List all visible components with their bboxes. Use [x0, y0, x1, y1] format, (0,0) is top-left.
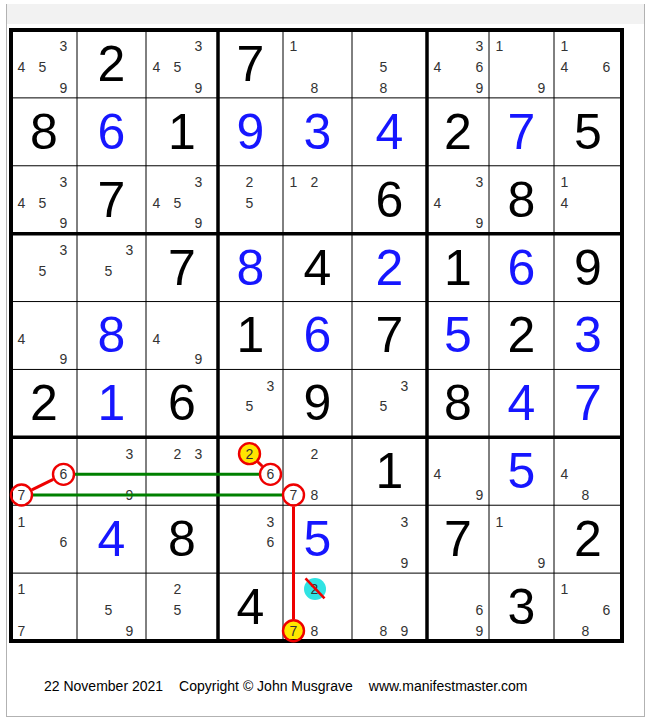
candidate-1: 1: [11, 579, 32, 600]
pencil-marks: 12: [283, 172, 346, 234]
cell-r3c7[interactable]: 349: [427, 166, 489, 234]
cell-r5c9[interactable]: 3: [554, 302, 622, 370]
cell-r7c5[interactable]: 278: [283, 437, 352, 505]
cell-r3c9[interactable]: 14: [554, 166, 622, 234]
pencil-marks: 48: [554, 443, 617, 505]
cell-r9c7[interactable]: 69: [427, 573, 489, 641]
candidate-9: 9: [394, 620, 415, 641]
cell-r5c4[interactable]: 1: [218, 302, 283, 370]
cell-r4c6[interactable]: 2: [352, 234, 427, 302]
candidate-3: 3: [53, 240, 74, 261]
cell-r2c4[interactable]: 9: [218, 98, 283, 166]
pencil-marks: 17: [11, 579, 74, 641]
pencil-marks: 35: [77, 240, 140, 302]
pencil-marks: 89: [352, 579, 415, 641]
candidate-7: 7: [283, 620, 304, 641]
candidate-3: 3: [260, 511, 281, 532]
solved-digit: 3: [574, 310, 602, 360]
candidate-5: 5: [32, 260, 53, 281]
solved-digit: 4: [508, 378, 536, 428]
candidate-6: 6: [596, 57, 617, 78]
cell-r7c7[interactable]: 49: [427, 437, 489, 505]
candidate-9: 9: [188, 349, 209, 370]
given-digit: 9: [304, 378, 332, 428]
cell-r2c3[interactable]: 1: [146, 98, 218, 166]
solved-digit: 8: [237, 243, 265, 293]
candidate-7: 7: [283, 485, 304, 506]
pencil-marks: 16: [11, 511, 74, 573]
pencil-marks: 67: [11, 443, 74, 505]
solved-digit: 1: [98, 378, 126, 428]
pencil-marks: 19: [489, 36, 552, 98]
candidate-3: 3: [188, 36, 209, 57]
candidate-5: 5: [167, 600, 188, 621]
given-digit: 1: [168, 107, 196, 157]
solved-digit: 5: [508, 446, 536, 496]
pencil-marks: 168: [554, 579, 617, 641]
given-digit: 8: [444, 378, 472, 428]
pencil-marks: 69: [427, 579, 490, 641]
pencil-marks: 14: [554, 172, 617, 234]
given-digit: 8: [508, 175, 536, 225]
cell-r5c8[interactable]: 2: [489, 302, 554, 370]
cell-r3c6[interactable]: 6: [352, 166, 427, 234]
cell-r9c2[interactable]: 59: [77, 573, 146, 641]
cell-r7c3[interactable]: 23: [146, 437, 218, 505]
cell-r7c9[interactable]: 48: [554, 437, 622, 505]
candidate-4: 4: [11, 328, 32, 349]
cell-r9c6[interactable]: 89: [352, 573, 427, 641]
candidate-9: 9: [469, 213, 490, 234]
cell-r4c2[interactable]: 35: [77, 234, 146, 302]
candidate-9: 9: [53, 349, 74, 370]
given-digit: 2: [98, 39, 126, 89]
candidate-9: 9: [53, 77, 74, 98]
pencil-marks: 3469: [427, 36, 490, 98]
solved-digit: 6: [98, 107, 126, 157]
candidate-5: 5: [98, 600, 119, 621]
cell-r1c1[interactable]: 3459: [11, 30, 77, 98]
cell-r2c6[interactable]: 4: [352, 98, 427, 166]
cell-r6c7[interactable]: 8: [427, 369, 489, 437]
cell-r4c4[interactable]: 8: [218, 234, 283, 302]
candidate-2: 2: [239, 443, 260, 464]
candidate-9: 9: [469, 485, 490, 506]
solved-digit: 3: [304, 107, 332, 157]
solved-digit: 4: [98, 514, 126, 564]
solved-digit: 5: [444, 310, 472, 360]
cell-r4c5[interactable]: 4: [283, 234, 352, 302]
pencil-marks: 39: [352, 511, 415, 573]
candidate-8: 8: [304, 620, 325, 641]
cell-r9c9[interactable]: 168: [554, 573, 622, 641]
cell-r8c7[interactable]: 7: [427, 505, 489, 573]
pencil-marks: 3459: [146, 36, 209, 98]
candidate-5: 5: [32, 57, 53, 78]
given-digit: 1: [237, 310, 265, 360]
candidate-5: 5: [98, 260, 119, 281]
given-digit: 8: [168, 514, 196, 564]
pencil-marks: 19: [489, 511, 552, 573]
given-digit: 7: [98, 175, 126, 225]
pencil-marks: 3459: [146, 172, 209, 234]
candidate-8: 8: [304, 77, 325, 98]
pencil-marks: 278: [283, 443, 346, 505]
candidate-6: 6: [469, 600, 490, 621]
candidate-9: 9: [531, 77, 552, 98]
cell-r2c5[interactable]: 3: [283, 98, 352, 166]
given-digit: 6: [168, 378, 196, 428]
cell-r8c3[interactable]: 8: [146, 505, 218, 573]
candidate-9: 9: [469, 77, 490, 98]
pencil-marks: 36: [218, 511, 281, 573]
cell-r5c5[interactable]: 6: [283, 302, 352, 370]
candidate-2: 2: [304, 579, 325, 600]
candidate-5: 5: [239, 396, 260, 417]
cell-r7c6[interactable]: 1: [352, 437, 427, 505]
cell-r6c8[interactable]: 4: [489, 369, 554, 437]
candidate-5: 5: [167, 192, 188, 213]
candidate-4: 4: [11, 192, 32, 213]
solved-digit: 7: [574, 378, 602, 428]
candidate-5: 5: [167, 57, 188, 78]
candidate-9: 9: [119, 620, 140, 641]
given-digit: 2: [444, 107, 472, 157]
cell-r4c9[interactable]: 9: [554, 234, 622, 302]
cell-r7c4[interactable]: 26: [218, 437, 283, 505]
given-digit: 7: [168, 243, 196, 293]
pencil-marks: 39: [77, 443, 140, 505]
candidate-9: 9: [119, 485, 140, 506]
given-digit: 4: [237, 582, 265, 632]
solved-digit: 6: [304, 310, 332, 360]
given-digit: 7: [444, 514, 472, 564]
candidate-4: 4: [427, 57, 448, 78]
cell-r6c2[interactable]: 1: [77, 369, 146, 437]
cell-r2c1[interactable]: 8: [11, 98, 77, 166]
pencil-marks: 49: [11, 308, 74, 370]
cell-r6c1[interactable]: 2: [11, 369, 77, 437]
candidate-5: 5: [239, 192, 260, 213]
solved-digit: 6: [508, 243, 536, 293]
cell-r7c1[interactable]: 67: [11, 437, 77, 505]
footer-website: www.manifestmaster.com: [369, 678, 528, 694]
given-digit: 2: [574, 514, 602, 564]
cell-r2c7[interactable]: 2: [427, 98, 489, 166]
candidate-1: 1: [489, 511, 510, 532]
candidate-4: 4: [146, 328, 167, 349]
candidate-3: 3: [53, 172, 74, 193]
cell-r1c4[interactable]: 7: [218, 30, 283, 98]
cell-r3c1[interactable]: 3459: [11, 166, 77, 234]
given-digit: 7: [237, 39, 265, 89]
candidate-1: 1: [283, 36, 304, 57]
candidate-8: 8: [575, 620, 596, 641]
candidate-2: 2: [167, 579, 188, 600]
candidate-9: 9: [469, 620, 490, 641]
candidate-6: 6: [53, 532, 74, 553]
cell-r8c4[interactable]: 36: [218, 505, 283, 573]
candidate-3: 3: [119, 443, 140, 464]
candidate-8: 8: [575, 485, 596, 506]
candidate-4: 4: [554, 192, 575, 213]
given-digit: 5: [574, 107, 602, 157]
candidate-3: 3: [53, 36, 74, 57]
pencil-marks: 25: [146, 579, 209, 641]
cell-r8c8[interactable]: 19: [489, 505, 554, 573]
cell-r3c5[interactable]: 12: [283, 166, 352, 234]
cell-r8c9[interactable]: 2: [554, 505, 622, 573]
candidate-1: 1: [489, 36, 510, 57]
cell-r9c1[interactable]: 17: [11, 573, 77, 641]
cell-r9c4[interactable]: 4: [218, 573, 283, 641]
solved-digit: 8: [98, 310, 126, 360]
footer-date: 22 November 2021: [44, 678, 163, 694]
cell-r7c8[interactable]: 5: [489, 437, 554, 505]
cell-r2c9[interactable]: 5: [554, 98, 622, 166]
pencil-marks: 49: [427, 443, 490, 505]
cell-r6c6[interactable]: 35: [352, 369, 427, 437]
candidate-3: 3: [469, 36, 490, 57]
candidate-9: 9: [394, 553, 415, 574]
given-digit: 4: [304, 243, 332, 293]
candidate-9: 9: [531, 553, 552, 574]
candidate-9: 9: [188, 213, 209, 234]
given-digit: 7: [376, 310, 404, 360]
candidate-2: 2: [304, 172, 325, 193]
cell-r8c1[interactable]: 16: [11, 505, 77, 573]
cell-r5c2[interactable]: 8: [77, 302, 146, 370]
cell-r6c9[interactable]: 7: [554, 369, 622, 437]
pencil-marks: 349: [427, 172, 490, 234]
pencil-marks: 58: [352, 36, 415, 98]
pencil-marks: 23: [146, 443, 209, 505]
pencil-marks: 35: [218, 375, 281, 437]
given-digit: 6: [376, 175, 404, 225]
candidate-4: 4: [427, 464, 448, 485]
candidate-8: 8: [373, 620, 394, 641]
cell-r1c3[interactable]: 3459: [146, 30, 218, 98]
cell-r1c2[interactable]: 2: [77, 30, 146, 98]
candidate-7: 7: [11, 485, 32, 506]
cell-r9c3[interactable]: 25: [146, 573, 218, 641]
candidate-5: 5: [373, 57, 394, 78]
cell-r3c3[interactable]: 3459: [146, 166, 218, 234]
candidate-3: 3: [188, 172, 209, 193]
cell-r4c8[interactable]: 6: [489, 234, 554, 302]
pencil-marks: 35: [352, 375, 415, 437]
candidate-5: 5: [373, 396, 394, 417]
candidate-9: 9: [53, 213, 74, 234]
cell-r4c1[interactable]: 35: [11, 234, 77, 302]
candidate-1: 1: [11, 511, 32, 532]
cell-r5c3[interactable]: 49: [146, 302, 218, 370]
cell-r7c2[interactable]: 39: [77, 437, 146, 505]
candidate-2: 2: [304, 443, 325, 464]
candidate-4: 4: [146, 192, 167, 213]
candidate-2: 2: [239, 172, 260, 193]
cell-r5c7[interactable]: 5: [427, 302, 489, 370]
cell-r2c8[interactable]: 7: [489, 98, 554, 166]
candidate-3: 3: [260, 375, 281, 396]
cell-r2c2[interactable]: 6: [77, 98, 146, 166]
candidate-2: 2: [167, 443, 188, 464]
given-digit: 3: [508, 582, 536, 632]
cell-r8c5[interactable]: 5: [283, 505, 352, 573]
given-digit: 9: [574, 243, 602, 293]
pencil-marks: 278: [283, 579, 346, 641]
candidate-3: 3: [394, 375, 415, 396]
pencil-marks: 35: [11, 240, 74, 302]
given-digit: 1: [444, 243, 472, 293]
sudoku-board: 3459234597185834691914686193427534597345…: [0, 0, 650, 720]
candidate-1: 1: [554, 36, 575, 57]
candidate-4: 4: [427, 192, 448, 213]
pencil-marks: 3459: [11, 36, 74, 98]
solved-digit: 7: [508, 107, 536, 157]
candidate-1: 1: [554, 172, 575, 193]
cell-r3c2[interactable]: 7: [77, 166, 146, 234]
candidate-7: 7: [11, 620, 32, 641]
candidate-6: 6: [596, 600, 617, 621]
pencil-marks: 18: [283, 36, 346, 98]
candidate-4: 4: [11, 57, 32, 78]
candidate-6: 6: [469, 57, 490, 78]
candidate-4: 4: [146, 57, 167, 78]
candidate-1: 1: [554, 579, 575, 600]
cell-r1c7[interactable]: 3469: [427, 30, 489, 98]
solved-digit: 9: [237, 107, 265, 157]
given-digit: 2: [30, 378, 58, 428]
candidate-5: 5: [32, 192, 53, 213]
cell-r8c6[interactable]: 39: [352, 505, 427, 573]
candidate-8: 8: [304, 485, 325, 506]
cell-r8c2[interactable]: 4: [77, 505, 146, 573]
pencil-marks: 49: [146, 308, 209, 370]
cell-r5c1[interactable]: 49: [11, 302, 77, 370]
cell-r9c5[interactable]: 278: [283, 573, 352, 641]
cell-r9c8[interactable]: 3: [489, 573, 554, 641]
cell-r6c3[interactable]: 6: [146, 369, 218, 437]
pencil-marks: 25: [218, 172, 281, 234]
candidate-6: 6: [260, 532, 281, 553]
candidate-3: 3: [469, 172, 490, 193]
candidate-3: 3: [394, 511, 415, 532]
solved-digit: 2: [376, 243, 404, 293]
pencil-marks: 59: [77, 579, 140, 641]
given-digit: 2: [508, 310, 536, 360]
candidate-6: 6: [53, 464, 74, 485]
cell-r3c8[interactable]: 8: [489, 166, 554, 234]
candidate-4: 4: [554, 57, 575, 78]
cell-r4c3[interactable]: 7: [146, 234, 218, 302]
cell-r3c4[interactable]: 25: [218, 166, 283, 234]
cell-r6c4[interactable]: 35: [218, 369, 283, 437]
candidate-3: 3: [188, 443, 209, 464]
cell-r4c7[interactable]: 1: [427, 234, 489, 302]
candidate-6: 6: [260, 464, 281, 485]
given-digit: 8: [30, 107, 58, 157]
pencil-marks: 3459: [11, 172, 74, 234]
cell-r1c6[interactable]: 58: [352, 30, 427, 98]
footer: 22 November 2021 Copyright © John Musgra…: [44, 678, 528, 694]
cell-r1c8[interactable]: 19: [489, 30, 554, 98]
solved-digit: 5: [304, 514, 332, 564]
candidate-9: 9: [188, 77, 209, 98]
candidate-3: 3: [119, 240, 140, 261]
cell-r6c5[interactable]: 9: [283, 369, 352, 437]
candidate-8: 8: [373, 77, 394, 98]
cell-r1c5[interactable]: 18: [283, 30, 352, 98]
given-digit: 1: [376, 446, 404, 496]
candidate-4: 4: [554, 464, 575, 485]
pencil-marks: 146: [554, 36, 617, 98]
candidate-1: 1: [283, 172, 304, 193]
footer-copyright: Copyright © John Musgrave: [179, 678, 353, 694]
solved-digit: 4: [376, 107, 404, 157]
cell-r1c9[interactable]: 146: [554, 30, 622, 98]
cell-r5c6[interactable]: 7: [352, 302, 427, 370]
pencil-marks: 26: [218, 443, 281, 505]
